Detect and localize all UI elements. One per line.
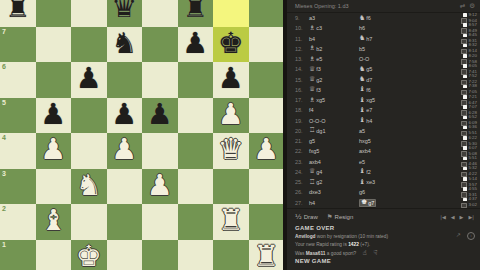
piece-figurine-icon: ♚	[361, 199, 367, 206]
white-player-icon	[463, 34, 467, 38]
flip-board-icon[interactable]: ⇄	[460, 2, 465, 10]
square-f7[interactable]: ♟	[178, 27, 214, 63]
move-row: 13.♗e5O-O8:207:58	[287, 54, 480, 64]
piece-figurine-icon: ♝	[359, 168, 365, 175]
white-clock: 6:07	[461, 146, 477, 150]
move-list: 9.a3♞f69:129:0410.♗c3h68:578:4911.b4♞h78…	[287, 13, 480, 208]
black-move[interactable]: e5	[359, 159, 409, 165]
move-number: 13.	[295, 56, 309, 62]
square-g6[interactable]: ♟	[213, 62, 249, 98]
piece-figurine-icon: ♝	[359, 86, 365, 93]
black-move[interactable]: b5	[359, 46, 409, 52]
move-number: 14.	[295, 66, 309, 72]
piece-figurine-icon: ♝	[359, 117, 365, 124]
white-move[interactable]: dxe3	[309, 189, 359, 195]
white-move[interactable]: g5	[309, 138, 359, 144]
go-end-icon[interactable]: ▶|	[468, 214, 474, 220]
square-d2[interactable]	[107, 204, 143, 240]
square-b6[interactable]	[36, 62, 72, 98]
move-number: 12.	[295, 46, 309, 52]
move-row: 26.dxe3g64:553:31	[287, 187, 480, 197]
white-move[interactable]: ♗c3	[309, 25, 359, 32]
square-h3[interactable]	[249, 169, 284, 205]
square-c8[interactable]	[71, 0, 107, 27]
square-a4[interactable]: 4	[0, 133, 36, 169]
piece-white-n-c3[interactable]: ♞	[76, 171, 102, 200]
piece-black-p-e5[interactable]: ♟	[147, 100, 173, 129]
game-over-title: GAME OVER	[295, 224, 475, 233]
square-d1[interactable]	[107, 240, 143, 270]
square-b8[interactable]	[36, 0, 72, 27]
white-player-icon	[463, 44, 467, 48]
piece-white-p-g5[interactable]: ♟	[218, 100, 244, 129]
piece-black-k-g7[interactable]: ♚	[218, 29, 244, 58]
white-player-icon	[463, 198, 467, 202]
piece-black-r-f8[interactable]: ♜	[182, 0, 208, 22]
square-a7[interactable]: 7	[0, 27, 36, 63]
white-player-icon	[463, 167, 467, 171]
white-player-icon	[463, 157, 467, 161]
square-h4[interactable]: ♟	[249, 133, 284, 169]
square-f8[interactable]: ♜	[178, 0, 214, 27]
piece-black-p-b5[interactable]: ♟	[40, 100, 66, 129]
move-list-panel: Mieses Opening: 1.d3 ⇄ ⚙ 9.a3♞f69:129:04…	[287, 0, 480, 270]
square-a8[interactable]: 8♜	[0, 0, 36, 27]
move-number: 23.	[295, 159, 309, 165]
square-a5[interactable]: 5	[0, 98, 36, 134]
square-d3[interactable]	[107, 169, 143, 205]
piece-black-p-c6[interactable]: ♟	[76, 64, 102, 93]
move-row: 9.a3♞f69:129:04	[287, 13, 480, 23]
move-row: 23.axb4e55:514:46	[287, 157, 480, 167]
white-move[interactable]: ♗xg5	[309, 97, 359, 104]
black-move[interactable]: axb4	[359, 148, 409, 154]
piece-figurine-icon: ♖	[309, 179, 315, 186]
white-clock: 8:57	[461, 23, 477, 27]
square-h7[interactable]	[249, 27, 284, 63]
rank-label-2: 2	[2, 205, 6, 212]
move-clocks: 4:373:02	[461, 197, 477, 208]
black-move[interactable]: ♚g7	[359, 199, 409, 207]
white-player-icon	[463, 13, 467, 17]
settings-icon[interactable]: ⚙	[469, 2, 475, 10]
share-icon[interactable]: ↗	[456, 231, 461, 240]
piece-figurine-icon: ♗	[309, 45, 315, 52]
square-h5[interactable]	[249, 98, 284, 134]
square-a2[interactable]: 2	[0, 204, 36, 240]
move-number: 19.	[295, 118, 309, 124]
move-row: 15.♕g2♞d77:527:22	[287, 75, 480, 85]
piece-figurine-icon: ♖	[309, 127, 315, 134]
piece-white-r-g2[interactable]: ♜	[218, 206, 244, 235]
white-clock: 7:52	[461, 74, 477, 78]
square-e4[interactable]	[142, 133, 178, 169]
chess-board: 8♜♛♜7♞♟♚6♟♟5♟♟♟♟4♟♟♛♟3♞♟2♝♜1♚♜	[0, 0, 283, 270]
square-h6[interactable]	[249, 62, 284, 98]
piece-figurine-icon: ♗	[309, 56, 315, 63]
piece-figurine-icon: ♗	[309, 25, 315, 32]
piece-white-p-e3[interactable]: ♟	[147, 171, 173, 200]
square-f1[interactable]	[178, 240, 214, 270]
white-clock: 4:55	[461, 187, 477, 191]
black-move[interactable]: h6	[359, 25, 409, 31]
black-move[interactable]: ♝f2	[359, 168, 409, 175]
move-row: 16.♕f3♝f67:387:05	[287, 85, 480, 95]
square-h1[interactable]: ♜	[249, 240, 284, 270]
white-move[interactable]: ♕f3	[309, 86, 359, 93]
back-icon[interactable]: ◀	[451, 214, 455, 220]
square-h2[interactable]	[249, 204, 284, 240]
square-f6[interactable]	[178, 62, 214, 98]
piece-white-r-h1[interactable]: ♜	[253, 242, 279, 270]
resign-label: Resign	[335, 214, 354, 220]
new-rating: 1422	[348, 242, 359, 247]
white-player-icon	[463, 136, 467, 140]
square-g5[interactable]: ♟	[213, 98, 249, 134]
black-move[interactable]: ♝e7	[359, 107, 409, 114]
move-row: 11.b4♞h78:458:31	[287, 34, 480, 44]
piece-white-p-h4[interactable]: ♟	[253, 135, 279, 164]
move-number: 27.	[295, 200, 309, 206]
square-b5[interactable]: ♟	[36, 98, 72, 134]
piece-figurine-icon: ♕	[309, 76, 315, 83]
piece-figurine-icon: ♞	[359, 66, 365, 73]
move-number: 22.	[295, 148, 309, 154]
white-player-icon	[463, 126, 467, 130]
white-player-icon	[463, 116, 467, 120]
square-c4[interactable]	[71, 133, 107, 169]
white-move[interactable]: ♕f3	[309, 66, 359, 73]
rank-label-4: 4	[2, 134, 6, 141]
square-g2[interactable]: ♜	[213, 204, 249, 240]
square-f3[interactable]	[178, 169, 214, 205]
square-c6[interactable]: ♟	[71, 62, 107, 98]
game-over-section: GAME OVER Anvilogd won by resignation (1…	[295, 224, 475, 259]
black-move[interactable]: ♞g5	[359, 66, 409, 73]
black-move[interactable]: ♝f6	[359, 86, 409, 93]
white-player-icon	[463, 85, 467, 89]
piece-white-k-c1[interactable]: ♚	[76, 242, 102, 270]
rank-label-1: 1	[2, 241, 6, 248]
square-b3[interactable]	[36, 169, 72, 205]
square-f4[interactable]	[178, 133, 214, 169]
black-move[interactable]: ♞d7	[359, 76, 409, 83]
square-d6[interactable]	[107, 62, 143, 98]
piece-figurine-icon: ♕	[309, 66, 315, 73]
white-clock: 7:21	[461, 95, 477, 99]
white-clock: 5:32	[461, 166, 477, 170]
white-player-icon	[463, 177, 467, 181]
flag-icon: ⚑	[327, 213, 333, 221]
piece-figurine-icon: ♞	[359, 76, 365, 83]
rank-label-3: 3	[2, 170, 6, 177]
move-number: 25.	[295, 179, 309, 185]
move-number: 16.	[295, 87, 309, 93]
square-e6[interactable]	[142, 62, 178, 98]
white-clock: 8:45	[461, 33, 477, 37]
square-f5[interactable]	[178, 98, 214, 134]
white-clock: 8:05	[461, 64, 477, 68]
square-d8[interactable]: ♛	[107, 0, 143, 27]
square-b7[interactable]	[36, 27, 72, 63]
square-g4[interactable]: ♛	[213, 133, 249, 169]
square-a1[interactable]: 1	[0, 240, 36, 270]
white-move[interactable]: ♖dg1	[309, 127, 359, 134]
board: 8♜♛♜7♞♟♚6♟♟5♟♟♟♟4♟♟♛♟3♞♟2♝♜1♚♜	[0, 0, 283, 270]
move-row: 20.♖dg1a56:365:51	[287, 126, 480, 136]
white-move[interactable]: f4	[309, 107, 359, 113]
square-c3[interactable]: ♞	[71, 169, 107, 205]
white-move[interactable]: O-O-O	[309, 118, 359, 124]
black-move[interactable]: ♞f6	[359, 15, 409, 22]
white-clock: 6:36	[461, 125, 477, 129]
square-c2[interactable]	[71, 204, 107, 240]
move-number: 11.	[295, 36, 309, 42]
half-point-icon: ½	[295, 213, 302, 221]
white-move[interactable]: b4	[309, 36, 359, 42]
white-move[interactable]: h4	[309, 200, 359, 206]
draw-button[interactable]: ½ Draw	[295, 213, 318, 221]
move-row: 10.♗c3h68:578:49	[287, 23, 480, 33]
piece-figurine-icon: ♕	[309, 168, 315, 175]
move-number: 17.	[295, 97, 309, 103]
white-move[interactable]: ♕g2	[309, 76, 359, 83]
rank-label-5: 5	[2, 99, 6, 106]
game-result-text: Anvilogd won by resignation (10 min rate…	[295, 233, 475, 240]
move-row: 19.O-O-O♝h46:526:09	[287, 116, 480, 126]
white-clock: 7:07	[461, 105, 477, 109]
black-move[interactable]: O-O	[359, 56, 409, 62]
square-e1[interactable]	[142, 240, 178, 270]
rank-label-6: 6	[2, 63, 6, 70]
white-clock: 4:37	[461, 197, 477, 201]
thumbs-up-icon[interactable]: ☝	[363, 249, 367, 257]
white-player-icon	[463, 95, 467, 99]
white-move[interactable]: ♖g2	[309, 179, 359, 186]
square-a3[interactable]: 3	[0, 169, 36, 205]
piece-white-b-b2[interactable]: ♝	[40, 206, 66, 235]
move-row: 24.♕g4♝f25:324:22	[287, 167, 480, 177]
move-number: 9.	[295, 15, 309, 21]
move-row: 18.f4♝e77:076:28	[287, 105, 480, 115]
move-row: 21.g5hxg56:225:30	[287, 136, 480, 146]
white-clock: 8:32	[461, 43, 477, 47]
white-clock: 6:22	[461, 136, 477, 140]
piece-white-p-d4[interactable]: ♟	[111, 135, 137, 164]
square-d4[interactable]: ♟	[107, 133, 143, 169]
square-g3[interactable]	[213, 169, 249, 205]
piece-figurine-icon: ♗	[309, 97, 315, 104]
resign-button[interactable]: ⚑ Resign	[327, 213, 354, 221]
move-number: 18.	[295, 107, 309, 113]
black-move[interactable]: ♝xe3	[359, 179, 409, 186]
move-number: 20.	[295, 128, 309, 134]
opening-header: Mieses Opening: 1.d3 ⇄ ⚙	[287, 0, 480, 13]
piece-figurine-icon: ♞	[359, 15, 365, 22]
piece-white-q-g4[interactable]: ♛	[218, 135, 244, 164]
piece-figurine-icon: ♝	[359, 97, 365, 104]
move-row: 17.♗xg5♝xg57:216:47	[287, 95, 480, 105]
square-c5[interactable]	[71, 98, 107, 134]
white-player-icon	[463, 105, 467, 109]
white-player-icon	[463, 75, 467, 79]
square-c1[interactable]: ♚	[71, 240, 107, 270]
square-b4[interactable]: ♟	[36, 133, 72, 169]
black-move[interactable]: g6	[359, 189, 409, 195]
square-g8[interactable]	[213, 0, 249, 27]
white-clock: 8:20	[461, 54, 477, 58]
square-f2[interactable]	[178, 204, 214, 240]
white-move[interactable]: ♗e5	[309, 56, 359, 63]
square-e8[interactable]	[142, 0, 178, 27]
square-c7[interactable]	[71, 27, 107, 63]
move-number: 26.	[295, 189, 309, 195]
square-e2[interactable]	[142, 204, 178, 240]
piece-figurine-icon: ♕	[309, 86, 315, 93]
black-move[interactable]: hxg5	[359, 138, 409, 144]
forward-icon[interactable]: ▶	[460, 214, 464, 220]
move-number: 15.	[295, 77, 309, 83]
white-player-icon	[463, 54, 467, 58]
piece-white-p-b4[interactable]: ♟	[40, 135, 66, 164]
square-b2[interactable]: ♝	[36, 204, 72, 240]
black-move[interactable]: ♝h4	[359, 117, 409, 124]
white-player-icon	[463, 187, 467, 191]
white-player-icon	[463, 23, 467, 27]
info-icon[interactable]: i	[467, 232, 475, 240]
square-g1[interactable]	[213, 240, 249, 270]
piece-black-n-d7[interactable]: ♞	[111, 29, 137, 58]
square-a6[interactable]: 6	[0, 62, 36, 98]
square-h8[interactable]	[249, 0, 284, 27]
game-controls: ½ Draw ⚑ Resign |◀ ◀ ▶ ▶|	[287, 208, 480, 224]
white-clock: 7:38	[461, 84, 477, 88]
opening-name: Mieses Opening: 1.d3	[295, 3, 349, 9]
white-move[interactable]: ♗b2	[309, 45, 359, 52]
piece-figurine-icon: ♞	[359, 35, 365, 42]
white-clock: 6:52	[461, 115, 477, 119]
white-move[interactable]: a3	[309, 15, 359, 21]
piece-black-r-a8[interactable]: ♜	[5, 0, 31, 22]
white-move[interactable]: ♕g4	[309, 168, 359, 175]
move-row: 22.fxg5axb46:075:08	[287, 146, 480, 156]
winner-name: Anvilogd	[295, 234, 316, 239]
move-row: 27.h4♚g74:373:02	[287, 198, 480, 208]
square-e7[interactable]	[142, 27, 178, 63]
thumbs-down-icon[interactable]: ☟	[373, 249, 377, 257]
white-clock: 5:14	[461, 177, 477, 181]
black-move[interactable]: ♝xg5	[359, 97, 409, 104]
opponent-name: Masa611	[306, 251, 326, 256]
piece-black-p-d5[interactable]: ♟	[111, 100, 137, 129]
square-d5[interactable]: ♟	[107, 98, 143, 134]
square-e5[interactable]: ♟	[142, 98, 178, 134]
rating-text: Your new Rapid rating is 1422 (+7).	[295, 241, 475, 248]
piece-figurine-icon: ♝	[359, 179, 365, 186]
move-number: 24.	[295, 169, 309, 175]
move-row: 14.♕f3♞g58:057:41	[287, 64, 480, 74]
piece-figurine-icon: ♝	[359, 107, 365, 114]
new-game-heading[interactable]: NEW GAME	[295, 258, 331, 264]
rank-label-7: 7	[2, 28, 6, 35]
black-move[interactable]: ♞h7	[359, 35, 409, 42]
piece-black-p-f7[interactable]: ♟	[182, 29, 208, 58]
white-player-icon	[463, 146, 467, 150]
square-d7[interactable]: ♞	[107, 27, 143, 63]
white-clock: 9:12	[461, 13, 477, 17]
move-row: 25.♖g2♝xe35:143:57	[287, 177, 480, 187]
square-e3[interactable]: ♟	[142, 169, 178, 205]
piece-black-q-d8[interactable]: ♛	[111, 0, 137, 22]
square-b1[interactable]	[36, 240, 72, 270]
square-g7[interactable]: ♚	[213, 27, 249, 63]
piece-black-p-g6[interactable]: ♟	[218, 64, 244, 93]
go-start-icon[interactable]: |◀	[440, 214, 446, 220]
move-number: 21.	[295, 138, 309, 144]
black-move[interactable]: a5	[359, 128, 409, 134]
white-player-icon	[463, 64, 467, 68]
move-row: 12.♗b2b58:328:14	[287, 44, 480, 54]
draw-label: Draw	[304, 214, 318, 220]
white-move[interactable]: fxg5	[309, 148, 359, 154]
white-move[interactable]: axb4	[309, 159, 359, 165]
white-clock: 5:51	[461, 156, 477, 160]
move-number: 10.	[295, 25, 309, 31]
